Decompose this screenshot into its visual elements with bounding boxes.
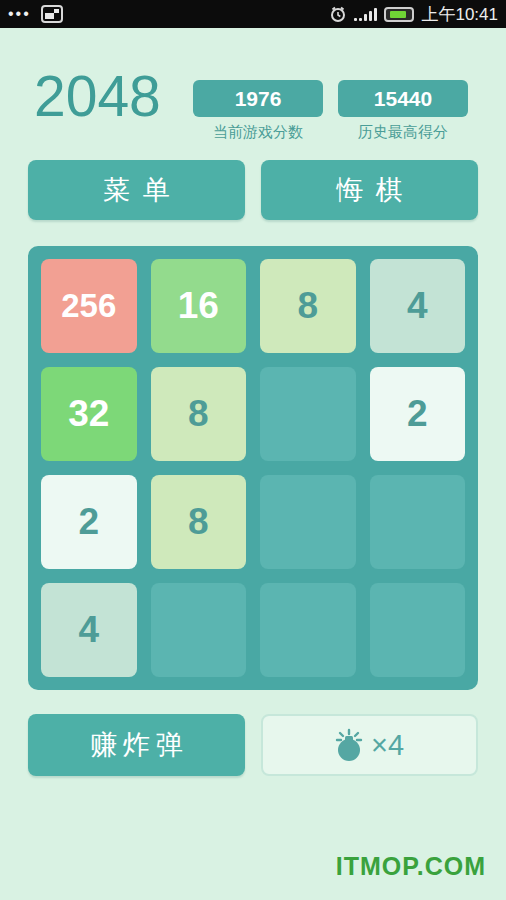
- bomb-count-box[interactable]: ×4: [261, 714, 478, 776]
- tile-8: 8: [151, 367, 247, 461]
- status-time: 上午10:41: [421, 3, 498, 26]
- game-title: 2048: [34, 66, 184, 126]
- earn-bomb-button[interactable]: 赚炸弹: [28, 714, 245, 776]
- tile-8: 8: [260, 259, 356, 353]
- tile-4: 4: [370, 259, 466, 353]
- tile-4: 4: [41, 583, 137, 677]
- empty-cell: [260, 475, 356, 569]
- tile-2: 2: [370, 367, 466, 461]
- more-notifications-icon: •••: [8, 0, 31, 28]
- game-board[interactable]: 25616843282284: [28, 246, 478, 690]
- score-current: 1976 当前游戏分数: [193, 80, 323, 142]
- app-screen: ••• 上午10:41 2048 1976 当前游戏分数 15440 历史最高得…: [0, 0, 506, 900]
- tile-32: 32: [41, 367, 137, 461]
- empty-cell: [370, 475, 466, 569]
- empty-cell: [151, 583, 247, 677]
- undo-button[interactable]: 悔棋: [261, 160, 478, 220]
- image-notification-icon: [41, 5, 63, 23]
- bomb-icon: [335, 727, 367, 763]
- score-best-label: 历史最高得分: [338, 123, 468, 142]
- status-bar-right: 上午10:41: [329, 3, 498, 26]
- tile-8: 8: [151, 475, 247, 569]
- alarm-clock-icon: [329, 5, 347, 23]
- empty-cell: [260, 583, 356, 677]
- score-current-label: 当前游戏分数: [193, 123, 323, 142]
- score-best: 15440 历史最高得分: [338, 80, 468, 142]
- score-current-value: 1976: [193, 80, 323, 117]
- status-bar-left: •••: [8, 0, 63, 28]
- score-best-value: 15440: [338, 80, 468, 117]
- empty-cell: [260, 367, 356, 461]
- tile-16: 16: [151, 259, 247, 353]
- battery-icon: [384, 7, 414, 22]
- tile-256: 256: [41, 259, 137, 353]
- tile-2: 2: [41, 475, 137, 569]
- signal-strength-icon: [354, 7, 377, 21]
- bomb-count-label: ×4: [371, 729, 404, 762]
- menu-button[interactable]: 菜单: [28, 160, 245, 220]
- empty-cell: [370, 583, 466, 677]
- status-bar: ••• 上午10:41: [0, 0, 506, 28]
- watermark: ITMOP.COM: [336, 852, 486, 881]
